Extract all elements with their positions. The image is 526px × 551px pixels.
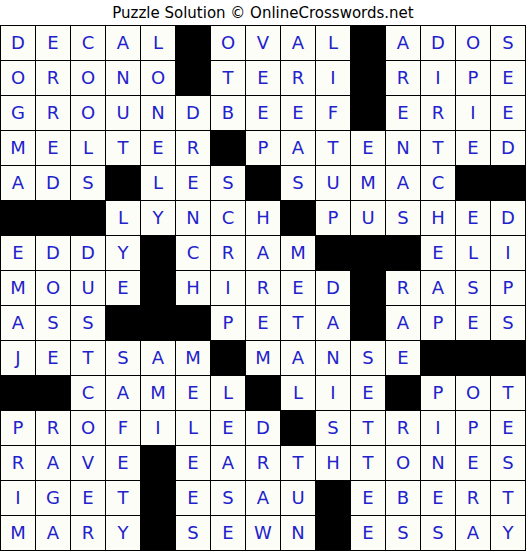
letter-cell: D: [36, 236, 70, 270]
letter-cell: P: [456, 411, 490, 445]
block-cell: [351, 61, 385, 95]
block-cell: [421, 341, 455, 375]
letter-cell: T: [316, 131, 350, 165]
letter-cell: S: [211, 481, 245, 515]
letter-cell: I: [316, 376, 350, 410]
letter-cell: E: [456, 446, 490, 480]
letter-cell: T: [211, 61, 245, 95]
letter-cell: A: [386, 26, 420, 60]
letter-cell: I: [141, 411, 175, 445]
letter-cell: M: [351, 166, 385, 200]
letter-cell: T: [491, 376, 525, 410]
letter-cell: N: [421, 446, 455, 480]
block-cell: [176, 26, 210, 60]
letter-cell: P: [491, 271, 525, 305]
letter-cell: O: [1, 61, 35, 95]
page-title: Puzzle Solution © OnlineCrosswords.net: [0, 0, 526, 25]
letter-cell: U: [316, 166, 350, 200]
letter-cell: H: [316, 446, 350, 480]
letter-cell: A: [1, 306, 35, 340]
block-cell: [491, 341, 525, 375]
block-cell: [316, 516, 350, 550]
letter-cell: M: [1, 516, 35, 550]
letter-cell: L: [211, 376, 245, 410]
letter-cell: C: [71, 26, 105, 60]
letter-cell: W: [246, 516, 280, 550]
letter-cell: A: [386, 306, 420, 340]
crossword-grid: DECALOVALADOSORONOTERIRIPEGROUNDBEEFERIE…: [0, 25, 526, 551]
letter-cell: O: [71, 96, 105, 130]
block-cell: [281, 201, 315, 235]
letter-cell: P: [456, 61, 490, 95]
letter-cell: D: [71, 236, 105, 270]
letter-cell: A: [246, 481, 280, 515]
block-cell: [1, 201, 35, 235]
letter-cell: Y: [491, 516, 525, 550]
letter-cell: B: [386, 481, 420, 515]
letter-cell: S: [491, 26, 525, 60]
letter-cell: G: [36, 481, 70, 515]
letter-cell: L: [106, 201, 140, 235]
letter-cell: T: [106, 481, 140, 515]
letter-cell: E: [491, 61, 525, 95]
block-cell: [106, 166, 140, 200]
letter-cell: S: [456, 271, 490, 305]
letter-cell: M: [176, 341, 210, 375]
letter-cell: I: [316, 61, 350, 95]
letter-cell: S: [386, 516, 420, 550]
letter-cell: E: [211, 411, 245, 445]
letter-cell: E: [351, 376, 385, 410]
letter-cell: E: [421, 236, 455, 270]
letter-cell: Y: [106, 236, 140, 270]
letter-cell: E: [141, 131, 175, 165]
letter-cell: Y: [141, 201, 175, 235]
letter-cell: P: [316, 201, 350, 235]
letter-cell: R: [421, 96, 455, 130]
block-cell: [106, 306, 140, 340]
letter-cell: R: [386, 61, 420, 95]
letter-cell: T: [71, 341, 105, 375]
letter-cell: D: [176, 96, 210, 130]
letter-cell: N: [106, 61, 140, 95]
letter-cell: P: [421, 306, 455, 340]
letter-cell: P: [211, 306, 245, 340]
letter-cell: T: [351, 411, 385, 445]
letter-cell: E: [106, 446, 140, 480]
letter-cell: R: [1, 446, 35, 480]
letter-cell: L: [281, 376, 315, 410]
letter-cell: N: [281, 516, 315, 550]
block-cell: [1, 376, 35, 410]
letter-cell: E: [1, 236, 35, 270]
letter-cell: E: [246, 96, 280, 130]
letter-cell: R: [71, 516, 105, 550]
letter-cell: E: [36, 131, 70, 165]
letter-cell: T: [106, 131, 140, 165]
letter-cell: S: [421, 516, 455, 550]
letter-cell: E: [491, 96, 525, 130]
letter-cell: L: [141, 166, 175, 200]
block-cell: [141, 236, 175, 270]
letter-cell: S: [316, 411, 350, 445]
letter-cell: S: [71, 306, 105, 340]
letter-cell: P: [1, 411, 35, 445]
letter-cell: E: [386, 341, 420, 375]
letter-cell: D: [246, 411, 280, 445]
letter-cell: E: [176, 446, 210, 480]
block-cell: [211, 341, 245, 375]
block-cell: [316, 236, 350, 270]
letter-cell: T: [281, 306, 315, 340]
letter-cell: A: [211, 446, 245, 480]
letter-cell: R: [36, 61, 70, 95]
block-cell: [351, 271, 385, 305]
letter-cell: A: [246, 236, 280, 270]
letter-cell: H: [246, 201, 280, 235]
letter-cell: E: [246, 61, 280, 95]
letter-cell: A: [36, 516, 70, 550]
letter-cell: I: [211, 271, 245, 305]
letter-cell: S: [211, 166, 245, 200]
letter-cell: D: [491, 201, 525, 235]
block-cell: [281, 411, 315, 445]
letter-cell: V: [71, 446, 105, 480]
letter-cell: U: [281, 481, 315, 515]
letter-cell: M: [141, 376, 175, 410]
letter-cell: E: [281, 96, 315, 130]
letter-cell: U: [351, 201, 385, 235]
letter-cell: E: [351, 131, 385, 165]
block-cell: [176, 306, 210, 340]
letter-cell: E: [246, 306, 280, 340]
letter-cell: S: [106, 341, 140, 375]
letter-cell: M: [246, 341, 280, 375]
letter-cell: R: [386, 411, 420, 445]
letter-cell: E: [176, 376, 210, 410]
block-cell: [71, 201, 105, 235]
letter-cell: S: [176, 516, 210, 550]
block-cell: [141, 446, 175, 480]
block-cell: [36, 201, 70, 235]
letter-cell: S: [281, 166, 315, 200]
letter-cell: R: [246, 446, 280, 480]
letter-cell: A: [421, 271, 455, 305]
letter-cell: I: [421, 411, 455, 445]
letter-cell: U: [71, 271, 105, 305]
letter-cell: E: [421, 481, 455, 515]
letter-cell: A: [281, 131, 315, 165]
letter-cell: S: [71, 166, 105, 200]
letter-cell: N: [386, 131, 420, 165]
block-cell: [36, 376, 70, 410]
letter-cell: L: [456, 236, 490, 270]
letter-cell: C: [421, 166, 455, 200]
letter-cell: E: [36, 341, 70, 375]
letter-cell: E: [211, 516, 245, 550]
letter-cell: E: [351, 516, 385, 550]
block-cell: [141, 481, 175, 515]
letter-cell: A: [316, 306, 350, 340]
letter-cell: R: [211, 236, 245, 270]
letter-cell: I: [421, 61, 455, 95]
block-cell: [351, 306, 385, 340]
letter-cell: A: [141, 341, 175, 375]
block-cell: [456, 166, 490, 200]
letter-cell: O: [71, 411, 105, 445]
letter-cell: F: [316, 96, 350, 130]
letter-cell: H: [176, 271, 210, 305]
letter-cell: A: [386, 166, 420, 200]
letter-cell: T: [421, 131, 455, 165]
block-cell: [456, 341, 490, 375]
letter-cell: I: [1, 481, 35, 515]
letter-cell: A: [106, 26, 140, 60]
letter-cell: E: [176, 166, 210, 200]
block-cell: [386, 236, 420, 270]
block-cell: [141, 516, 175, 550]
letter-cell: R: [246, 271, 280, 305]
letter-cell: S: [491, 446, 525, 480]
letter-cell: E: [36, 26, 70, 60]
letter-cell: F: [106, 411, 140, 445]
letter-cell: O: [456, 376, 490, 410]
letter-cell: I: [456, 96, 490, 130]
letter-cell: A: [36, 446, 70, 480]
letter-cell: L: [176, 411, 210, 445]
letter-cell: N: [176, 201, 210, 235]
letter-cell: V: [246, 26, 280, 60]
letter-cell: H: [421, 201, 455, 235]
block-cell: [246, 166, 280, 200]
letter-cell: R: [176, 131, 210, 165]
letter-cell: T: [351, 446, 385, 480]
letter-cell: O: [71, 61, 105, 95]
letter-cell: D: [1, 26, 35, 60]
letter-cell: P: [246, 131, 280, 165]
letter-cell: N: [316, 341, 350, 375]
letter-cell: B: [211, 96, 245, 130]
letter-cell: E: [386, 96, 420, 130]
letter-cell: N: [141, 96, 175, 130]
block-cell: [176, 61, 210, 95]
letter-cell: M: [1, 131, 35, 165]
letter-cell: O: [456, 26, 490, 60]
letter-cell: E: [351, 481, 385, 515]
puzzle-solution-page: Puzzle Solution © OnlineCrosswords.net D…: [0, 0, 526, 551]
letter-cell: J: [1, 341, 35, 375]
letter-cell: C: [71, 376, 105, 410]
letter-cell: D: [36, 166, 70, 200]
letter-cell: S: [386, 201, 420, 235]
block-cell: [211, 131, 245, 165]
letter-cell: S: [36, 306, 70, 340]
letter-cell: E: [71, 481, 105, 515]
block-cell: [351, 236, 385, 270]
letter-cell: Y: [106, 516, 140, 550]
letter-cell: D: [491, 131, 525, 165]
letter-cell: D: [316, 271, 350, 305]
block-cell: [316, 481, 350, 515]
block-cell: [491, 166, 525, 200]
letter-cell: R: [36, 411, 70, 445]
letter-cell: P: [421, 376, 455, 410]
letter-cell: S: [491, 306, 525, 340]
letter-cell: E: [491, 411, 525, 445]
letter-cell: E: [456, 131, 490, 165]
letter-cell: G: [1, 96, 35, 130]
block-cell: [141, 271, 175, 305]
letter-cell: C: [176, 236, 210, 270]
letter-cell: I: [491, 236, 525, 270]
letter-cell: R: [386, 271, 420, 305]
letter-cell: L: [141, 26, 175, 60]
letter-cell: R: [281, 61, 315, 95]
letter-cell: T: [281, 446, 315, 480]
letter-cell: U: [106, 96, 140, 130]
letter-cell: S: [351, 341, 385, 375]
letter-cell: D: [421, 26, 455, 60]
letter-cell: M: [1, 271, 35, 305]
letter-cell: A: [1, 166, 35, 200]
block-cell: [351, 26, 385, 60]
letter-cell: R: [456, 481, 490, 515]
letter-cell: A: [281, 341, 315, 375]
letter-cell: L: [71, 131, 105, 165]
letter-cell: C: [211, 201, 245, 235]
letter-cell: O: [211, 26, 245, 60]
block-cell: [246, 376, 280, 410]
letter-cell: A: [456, 516, 490, 550]
letter-cell: O: [386, 446, 420, 480]
block-cell: [386, 376, 420, 410]
letter-cell: R: [36, 96, 70, 130]
letter-cell: A: [281, 26, 315, 60]
letter-cell: E: [281, 271, 315, 305]
letter-cell: L: [316, 26, 350, 60]
letter-cell: E: [456, 201, 490, 235]
letter-cell: O: [36, 271, 70, 305]
letter-cell: T: [491, 481, 525, 515]
block-cell: [351, 96, 385, 130]
letter-cell: A: [106, 376, 140, 410]
block-cell: [141, 306, 175, 340]
letter-cell: E: [456, 306, 490, 340]
letter-cell: M: [281, 236, 315, 270]
letter-cell: E: [176, 481, 210, 515]
letter-cell: E: [106, 271, 140, 305]
letter-cell: O: [141, 61, 175, 95]
